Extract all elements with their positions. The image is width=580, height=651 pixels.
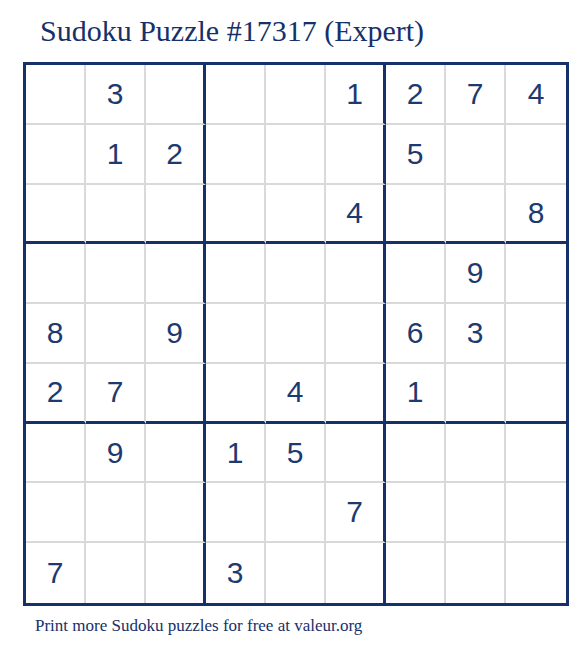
- cell-r8c8: [446, 483, 506, 543]
- cell-r5c3: 9: [146, 304, 206, 364]
- cell-r6c9: [506, 364, 566, 424]
- cell-r1c7: 2: [386, 65, 446, 125]
- cell-r2c1: [26, 125, 86, 185]
- footer-text: Print more Sudoku puzzles for free at va…: [35, 616, 362, 636]
- cell-r3c9: 8: [506, 185, 566, 245]
- cell-r1c2: 3: [86, 65, 146, 125]
- cell-r2c8: [446, 125, 506, 185]
- cell-r8c2: [86, 483, 146, 543]
- cell-r2c6: [326, 125, 386, 185]
- cell-r3c7: [386, 185, 446, 245]
- cell-r9c5: [266, 543, 326, 603]
- cell-r3c2: [86, 185, 146, 245]
- cell-r5c8: 3: [446, 304, 506, 364]
- cell-r8c6: 7: [326, 483, 386, 543]
- cell-r8c9: [506, 483, 566, 543]
- cell-r1c9: 4: [506, 65, 566, 125]
- sudoku-page: Sudoku Puzzle #17317 (Expert) 3127412548…: [0, 0, 580, 651]
- cell-r9c9: [506, 543, 566, 603]
- cell-r8c3: [146, 483, 206, 543]
- cell-r3c8: [446, 185, 506, 245]
- cell-r7c6: [326, 424, 386, 484]
- cell-r4c4: [206, 244, 266, 304]
- cell-r9c7: [386, 543, 446, 603]
- cell-r2c4: [206, 125, 266, 185]
- cell-r4c3: [146, 244, 206, 304]
- cell-r3c4: [206, 185, 266, 245]
- cell-r7c9: [506, 424, 566, 484]
- cell-r5c6: [326, 304, 386, 364]
- cell-r5c9: [506, 304, 566, 364]
- cell-r9c4: 3: [206, 543, 266, 603]
- cell-r6c1: 2: [26, 364, 86, 424]
- cell-r1c8: 7: [446, 65, 506, 125]
- cell-r1c1: [26, 65, 86, 125]
- cell-r3c3: [146, 185, 206, 245]
- cell-r5c1: 8: [26, 304, 86, 364]
- cell-r7c5: 5: [266, 424, 326, 484]
- cell-r8c5: [266, 483, 326, 543]
- cell-r6c5: 4: [266, 364, 326, 424]
- cell-r3c5: [266, 185, 326, 245]
- cell-r4c8: 9: [446, 244, 506, 304]
- cell-r4c2: [86, 244, 146, 304]
- cell-r7c3: [146, 424, 206, 484]
- cell-r7c8: [446, 424, 506, 484]
- cell-r8c4: [206, 483, 266, 543]
- cell-r4c6: [326, 244, 386, 304]
- cell-r1c3: [146, 65, 206, 125]
- cell-r5c7: 6: [386, 304, 446, 364]
- cell-r6c4: [206, 364, 266, 424]
- cell-r9c2: [86, 543, 146, 603]
- cell-r9c6: [326, 543, 386, 603]
- cell-r6c6: [326, 364, 386, 424]
- cell-r2c9: [506, 125, 566, 185]
- cell-r5c4: [206, 304, 266, 364]
- sudoku-board: 3127412548989632741915773: [23, 62, 569, 606]
- page-title: Sudoku Puzzle #17317 (Expert): [40, 14, 424, 48]
- cell-r9c8: [446, 543, 506, 603]
- cell-r4c5: [266, 244, 326, 304]
- cell-r3c1: [26, 185, 86, 245]
- cell-r7c1: [26, 424, 86, 484]
- cell-r5c2: [86, 304, 146, 364]
- cell-r9c1: 7: [26, 543, 86, 603]
- cell-r7c4: 1: [206, 424, 266, 484]
- cell-r2c2: 1: [86, 125, 146, 185]
- cell-r6c7: 1: [386, 364, 446, 424]
- cell-r9c3: [146, 543, 206, 603]
- cell-r1c4: [206, 65, 266, 125]
- cell-r7c2: 9: [86, 424, 146, 484]
- cell-r8c1: [26, 483, 86, 543]
- cell-r5c5: [266, 304, 326, 364]
- cell-r6c3: [146, 364, 206, 424]
- cell-r8c7: [386, 483, 446, 543]
- cell-r3c6: 4: [326, 185, 386, 245]
- cell-r6c8: [446, 364, 506, 424]
- cell-r7c7: [386, 424, 446, 484]
- cell-r4c7: [386, 244, 446, 304]
- cell-r1c5: [266, 65, 326, 125]
- cell-r2c3: 2: [146, 125, 206, 185]
- cell-r6c2: 7: [86, 364, 146, 424]
- cell-r2c7: 5: [386, 125, 446, 185]
- cell-r1c6: 1: [326, 65, 386, 125]
- cell-r4c9: [506, 244, 566, 304]
- cell-r4c1: [26, 244, 86, 304]
- cell-r2c5: [266, 125, 326, 185]
